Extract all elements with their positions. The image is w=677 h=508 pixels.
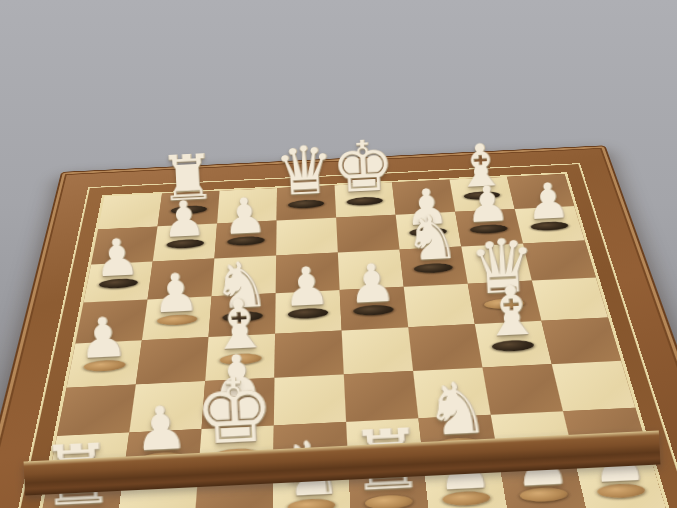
piece-black-pawn-e5[interactable]: ♟ <box>340 287 409 331</box>
square-h3[interactable] <box>552 361 636 412</box>
pawn-glyph: ♟ <box>308 254 437 313</box>
square-g4[interactable]: ♝ <box>475 321 552 368</box>
square-e5[interactable]: ♟ <box>340 287 409 331</box>
pawn-glyph: ♟ <box>36 308 170 369</box>
piece-white-pawn-a4[interactable]: ♟ <box>67 340 142 388</box>
pawn-glyph: ♟ <box>488 174 608 229</box>
square-e4[interactable] <box>342 327 413 374</box>
pawn-glyph: ♟ <box>185 189 305 244</box>
piece-black-bishop-g4[interactable]: ♝ <box>475 321 552 368</box>
bishop-glyph: ♝ <box>444 275 579 349</box>
photo-backdrop: ♜♛♚♝♟♟♟♟♟♟♞♟♞♟♟♛♟♝♝♟♟♚♞♜♞♜♟♟♟ <box>0 0 677 508</box>
board-tilt-wrapper: ♜♛♚♝♟♟♟♟♟♟♞♟♞♟♟♛♟♝♝♟♟♚♞♜♞♜♟♟♟ <box>22 0 655 508</box>
square-a4[interactable]: ♟ <box>67 340 142 388</box>
